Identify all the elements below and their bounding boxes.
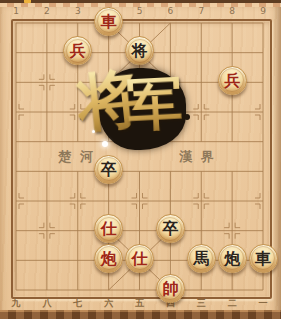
- file-label-top-5: 5: [137, 6, 143, 16]
- file-label-bottom-5: 五: [135, 298, 144, 308]
- file-label-top-8: 8: [229, 6, 235, 16]
- file-label-bottom-8: 二: [228, 298, 237, 308]
- file-label-bottom-3: 七: [73, 298, 82, 308]
- file-label-bottom-1: 九: [12, 298, 21, 308]
- piece-black-general[interactable]: 将: [125, 36, 154, 65]
- file-label-bottom-7: 三: [197, 298, 206, 308]
- file-label-top-6: 6: [168, 6, 174, 16]
- piece-black-chariot[interactable]: 車: [249, 244, 278, 273]
- piece-red-chariot[interactable]: 車: [94, 7, 123, 36]
- river-label-right: 漢界: [179, 149, 223, 164]
- file-label-top-7: 7: [198, 6, 204, 16]
- piece-red-advisor-2[interactable]: 仕: [125, 244, 154, 273]
- sparkle-dot: [92, 130, 95, 133]
- file-label-bottom-9: 一: [259, 298, 268, 308]
- piece-black-horse[interactable]: 馬: [187, 244, 216, 273]
- piece-red-cannon[interactable]: 炮: [94, 244, 123, 273]
- file-label-top-3: 3: [75, 6, 81, 16]
- sparkle-dot: [102, 141, 108, 147]
- piece-black-cannon[interactable]: 炮: [218, 244, 247, 273]
- file-label-bottom-2: 八: [42, 298, 51, 308]
- piece-red-general[interactable]: 帥: [156, 274, 185, 303]
- file-label-top-9: 9: [260, 6, 266, 16]
- xiangqi-app-screen: 123456789 九八七六五四三二一 楚河 漢界 車兵将兵卒仕卒炮仕馬炮車帥 …: [0, 0, 281, 319]
- piece-black-pawn-2[interactable]: 卒: [156, 214, 185, 243]
- piece-red-pawn-2[interactable]: 兵: [218, 66, 247, 95]
- bottom-edge-bar: [0, 310, 281, 319]
- piece-black-pawn-1[interactable]: 卒: [94, 155, 123, 184]
- file-label-top-1: 1: [13, 6, 19, 16]
- file-label-top-2: 2: [44, 6, 50, 16]
- file-label-bottom-4: 六: [104, 298, 113, 308]
